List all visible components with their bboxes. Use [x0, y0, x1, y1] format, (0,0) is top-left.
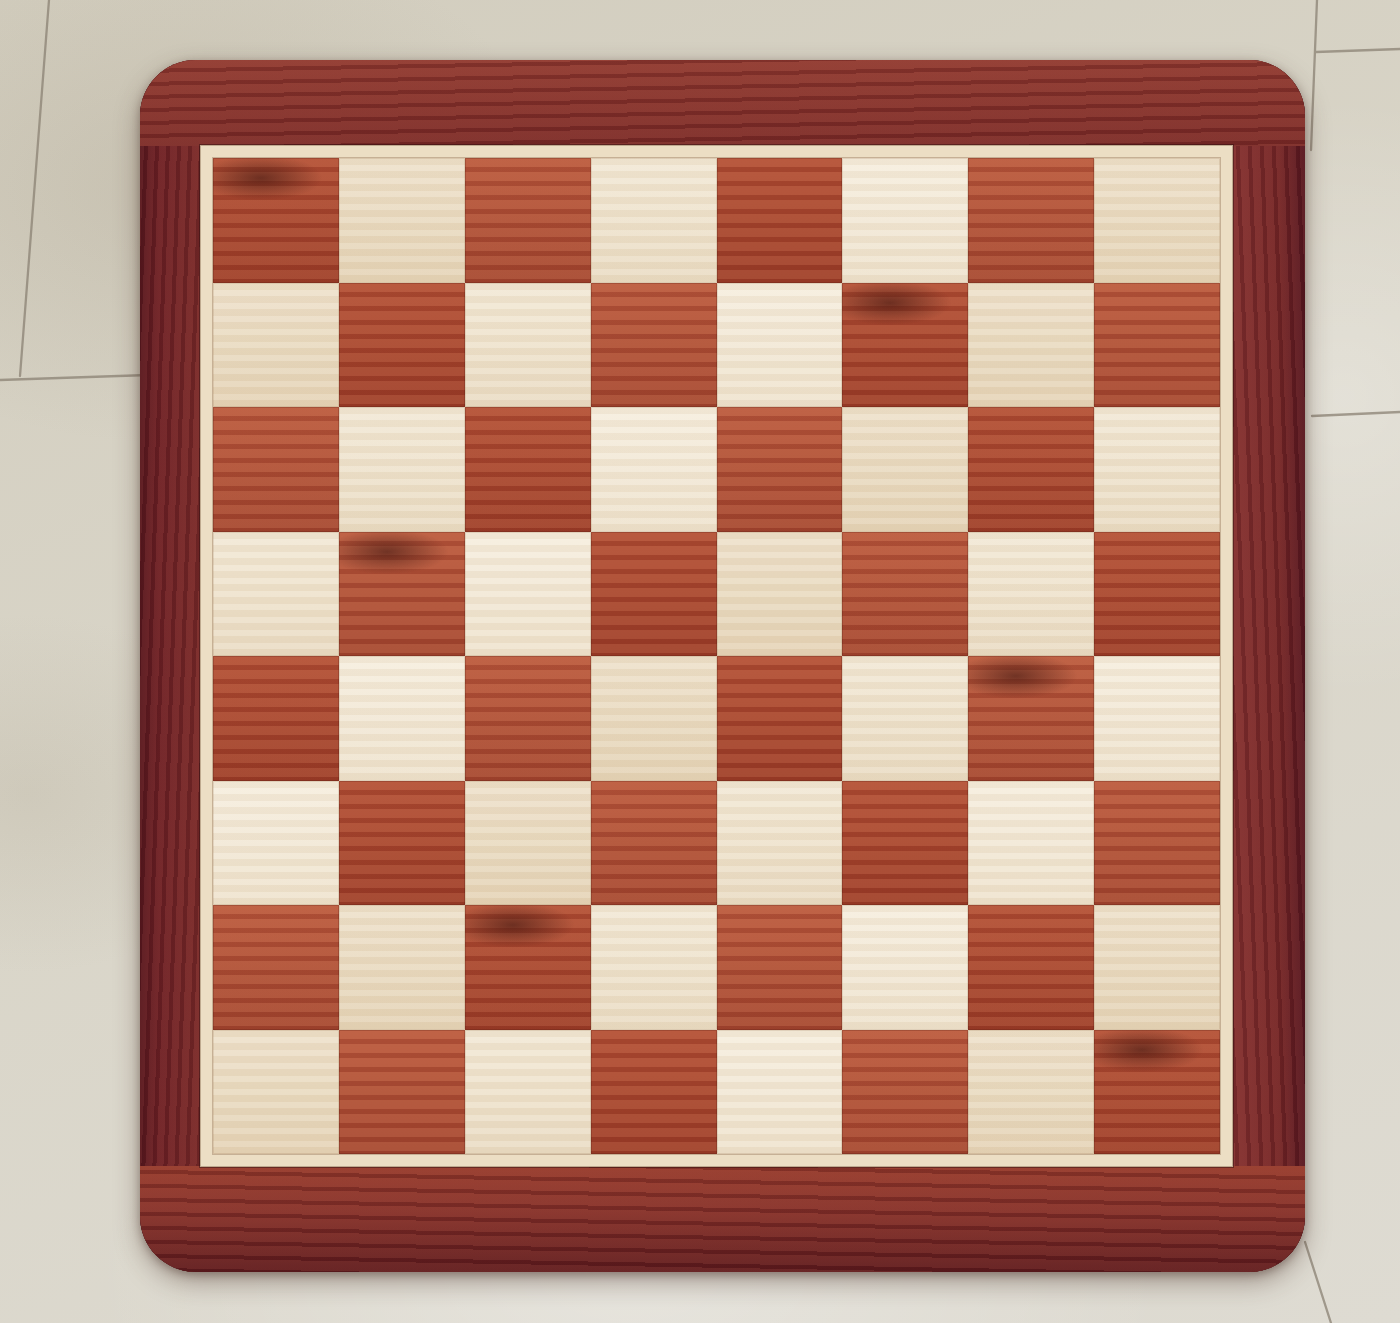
board-square[interactable]: [339, 905, 465, 1030]
board-square[interactable]: [465, 781, 591, 906]
board-square[interactable]: [339, 283, 465, 408]
grout-line-right-vertical-top: [1311, 0, 1317, 150]
board-square[interactable]: [213, 407, 339, 532]
board-square[interactable]: [465, 283, 591, 408]
board-square[interactable]: [213, 1030, 339, 1155]
board-square[interactable]: [1094, 283, 1220, 408]
board-square[interactable]: [717, 532, 843, 657]
grout-line-left-horizontal: [0, 375, 148, 380]
board-square[interactable]: [591, 1030, 717, 1155]
board-square[interactable]: [465, 905, 591, 1030]
board-square[interactable]: [842, 905, 968, 1030]
board-square[interactable]: [717, 905, 843, 1030]
board-square[interactable]: [465, 158, 591, 283]
board-frame-top: [140, 60, 1305, 146]
board-square[interactable]: [968, 905, 1094, 1030]
board-square[interactable]: [213, 283, 339, 408]
board-square[interactable]: [1094, 781, 1220, 906]
board-square[interactable]: [339, 407, 465, 532]
board-square[interactable]: [717, 283, 843, 408]
board-frame-right: [1231, 60, 1305, 1272]
board-square[interactable]: [1094, 656, 1220, 781]
board-square[interactable]: [339, 532, 465, 657]
board-square[interactable]: [717, 781, 843, 906]
board-square[interactable]: [842, 1030, 968, 1155]
board-square[interactable]: [591, 656, 717, 781]
board-square[interactable]: [842, 532, 968, 657]
board-square[interactable]: [1094, 532, 1220, 657]
board-square[interactable]: [842, 407, 968, 532]
board-square[interactable]: [717, 407, 843, 532]
board-square[interactable]: [1094, 1030, 1220, 1155]
board-square[interactable]: [968, 781, 1094, 906]
board-square[interactable]: [465, 656, 591, 781]
board-square[interactable]: [339, 158, 465, 283]
board-frame-bottom: [140, 1166, 1305, 1272]
board-square[interactable]: [968, 158, 1094, 283]
board-square[interactable]: [465, 532, 591, 657]
board-square[interactable]: [1094, 158, 1220, 283]
board-square[interactable]: [591, 407, 717, 532]
board-square[interactable]: [1094, 905, 1220, 1030]
board-square[interactable]: [591, 905, 717, 1030]
board-square[interactable]: [968, 1030, 1094, 1155]
board-square[interactable]: [213, 158, 339, 283]
maple-inlay-border: [200, 145, 1233, 1167]
board-frame-left: [140, 60, 202, 1272]
tile-floor: [0, 0, 1400, 1323]
board-square[interactable]: [968, 407, 1094, 532]
grout-line-bottomright-diagonal: [1305, 1242, 1331, 1323]
board-square[interactable]: [968, 532, 1094, 657]
board-square[interactable]: [717, 158, 843, 283]
board-square[interactable]: [842, 781, 968, 906]
grout-line-right-horizontal: [1312, 412, 1400, 416]
board-square[interactable]: [213, 532, 339, 657]
board-square[interactable]: [842, 656, 968, 781]
board-square[interactable]: [465, 1030, 591, 1155]
board-square[interactable]: [339, 781, 465, 906]
board-grid: [213, 158, 1220, 1154]
board-square[interactable]: [465, 407, 591, 532]
board-square[interactable]: [717, 656, 843, 781]
board-square[interactable]: [591, 532, 717, 657]
board-square[interactable]: [842, 283, 968, 408]
board-square[interactable]: [968, 283, 1094, 408]
board-square[interactable]: [968, 656, 1094, 781]
board-square[interactable]: [842, 158, 968, 283]
board-square[interactable]: [1094, 407, 1220, 532]
board-square[interactable]: [591, 781, 717, 906]
chess-board: [140, 60, 1305, 1272]
board-square[interactable]: [591, 158, 717, 283]
board-square[interactable]: [591, 283, 717, 408]
board-square[interactable]: [213, 781, 339, 906]
grout-line-topright-horizontal: [1316, 49, 1400, 52]
board-square[interactable]: [339, 656, 465, 781]
board-square[interactable]: [717, 1030, 843, 1155]
board-square[interactable]: [339, 1030, 465, 1155]
board-square[interactable]: [213, 905, 339, 1030]
board-square[interactable]: [213, 656, 339, 781]
grout-line-left-vertical: [20, 0, 49, 376]
